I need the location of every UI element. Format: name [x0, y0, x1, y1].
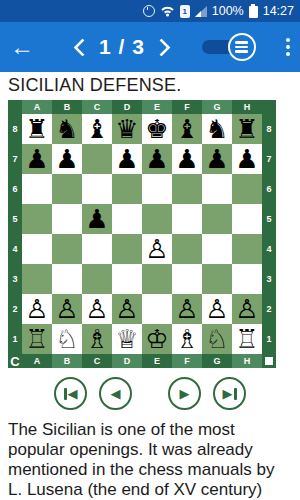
square-d7[interactable]: ♟ [112, 144, 142, 174]
black-bishop-piece[interactable]: ♝ [175, 114, 198, 144]
rank-label-6: 6 [8, 174, 22, 204]
square-f1[interactable]: ♗ [172, 324, 202, 354]
white-knight-piece[interactable]: ♘ [55, 324, 78, 354]
rank-label-3: 3 [8, 264, 22, 294]
file-label-b: B [52, 354, 82, 368]
last-move-button[interactable]: ▶ [213, 377, 246, 410]
file-label-e: E [142, 100, 172, 114]
square-d2[interactable]: ♙ [112, 294, 142, 324]
back-arrow-icon[interactable]: ← [10, 35, 34, 59]
rank-label-2: 2 [8, 294, 22, 324]
battery-icon [249, 6, 258, 18]
square-c2[interactable]: ♙ [82, 294, 112, 324]
chess-board: ABCDEFGH 87654321 ♜♞♝♛♚♝♞♜♟♟♟♟♟♟♟♟♙♙♙♙♙♙… [8, 100, 276, 368]
square-a6[interactable] [22, 174, 52, 204]
square-g7[interactable]: ♟ [202, 144, 232, 174]
square-h3[interactable] [232, 264, 262, 294]
file-labels-top: ABCDEFGH [22, 100, 262, 114]
wifi-icon [160, 5, 175, 17]
square-d3[interactable] [112, 264, 142, 294]
white-pawn-piece[interactable]: ♙ [235, 294, 258, 324]
alarm-icon [143, 5, 155, 17]
black-pawn-piece[interactable]: ♟ [235, 144, 258, 174]
white-rook-piece[interactable]: ♖ [25, 324, 48, 354]
white-bishop-piece[interactable]: ♗ [85, 324, 108, 354]
file-label-c: C [82, 354, 112, 368]
file-label-g: G [202, 354, 232, 368]
file-label-d: D [112, 100, 142, 114]
square-h2[interactable]: ♙ [232, 294, 262, 324]
white-bishop-piece[interactable]: ♗ [175, 324, 198, 354]
rank-labels-right: 87654321 [262, 114, 276, 354]
prev-page-chevron-icon[interactable] [73, 38, 91, 56]
square-b4[interactable] [52, 234, 82, 264]
rank-label-3: 3 [262, 264, 276, 294]
white-pawn-piece[interactable]: ♙ [175, 294, 198, 324]
board-corner-bottom-left: C [8, 354, 22, 368]
square-a3[interactable] [22, 264, 52, 294]
square-c6[interactable] [82, 174, 112, 204]
black-pawn-piece[interactable]: ♟ [25, 144, 48, 174]
square-d8[interactable]: ♛ [112, 114, 142, 144]
board-squares: ♜♞♝♛♚♝♞♜♟♟♟♟♟♟♟♟♙♙♙♙♙♙♙♙♖♘♗♕♔♗♘♖ [22, 114, 262, 354]
square-a5[interactable] [22, 204, 52, 234]
description-line: popular openings. It was already [8, 440, 296, 460]
square-e8[interactable]: ♚ [142, 114, 172, 144]
black-rook-piece[interactable]: ♜ [25, 114, 48, 144]
signal-icon [195, 6, 207, 17]
sim-icon: 1 [180, 5, 190, 18]
square-d6[interactable] [112, 174, 142, 204]
square-c8[interactable]: ♝ [82, 114, 112, 144]
kebab-menu-icon[interactable] [286, 38, 290, 56]
square-e3[interactable] [142, 264, 172, 294]
file-label-d: D [112, 354, 142, 368]
square-b2[interactable]: ♙ [52, 294, 82, 324]
file-label-h: H [232, 354, 262, 368]
rank-label-8: 8 [262, 114, 276, 144]
square-f2[interactable]: ♙ [172, 294, 202, 324]
page-indicator: 1 / 3 [99, 35, 145, 59]
square-f5[interactable] [172, 204, 202, 234]
file-labels-bottom: ABCDEFGH [22, 354, 262, 368]
playback-controls: ◀ ◀ ▶ ▶ [0, 377, 300, 410]
black-knight-piece[interactable]: ♞ [205, 114, 228, 144]
file-label-f: F [172, 354, 202, 368]
board-lines-icon[interactable] [228, 33, 256, 61]
square-b5[interactable] [52, 204, 82, 234]
white-pawn-piece[interactable]: ♙ [25, 294, 48, 324]
black-pawn-piece[interactable]: ♟ [175, 144, 198, 174]
file-label-a: A [22, 100, 52, 114]
clock-text: 14:27 [263, 4, 294, 18]
square-e2[interactable] [142, 294, 172, 324]
square-g8[interactable]: ♞ [202, 114, 232, 144]
rank-label-6: 6 [262, 174, 276, 204]
board-corner-top-left [8, 100, 22, 114]
app-screen: 1 100% 14:27 ← 1 / 3 SICILIAN DEFENSE. A… [0, 0, 300, 500]
black-pawn-piece[interactable]: ♟ [205, 144, 228, 174]
side-to-move-indicator [265, 357, 273, 365]
white-pawn-piece[interactable]: ♙ [85, 294, 108, 324]
square-h8[interactable]: ♜ [232, 114, 262, 144]
description-line: mentioned in the chess manuals by [8, 460, 296, 480]
square-g5[interactable] [202, 204, 232, 234]
black-pawn-piece[interactable]: ♟ [85, 204, 108, 234]
square-h5[interactable] [232, 204, 262, 234]
rank-label-1: 1 [262, 324, 276, 354]
square-a7[interactable]: ♟ [22, 144, 52, 174]
square-e7[interactable]: ♟ [142, 144, 172, 174]
square-e6[interactable] [142, 174, 172, 204]
black-queen-piece[interactable]: ♛ [115, 114, 138, 144]
rank-label-7: 7 [8, 144, 22, 174]
next-page-chevron-icon[interactable] [152, 38, 170, 56]
rank-label-4: 4 [8, 234, 22, 264]
square-e1[interactable]: ♔ [142, 324, 172, 354]
rank-label-7: 7 [262, 144, 276, 174]
square-a4[interactable] [22, 234, 52, 264]
rank-label-2: 2 [262, 294, 276, 324]
square-a1[interactable]: ♖ [22, 324, 52, 354]
previous-move-button[interactable]: ◀ [99, 377, 132, 410]
square-d5[interactable] [112, 204, 142, 234]
square-g3[interactable] [202, 264, 232, 294]
rank-label-8: 8 [8, 114, 22, 144]
square-f8[interactable]: ♝ [172, 114, 202, 144]
file-label-h: H [232, 100, 262, 114]
file-label-c: C [82, 100, 112, 114]
square-g4[interactable] [202, 234, 232, 264]
square-d4[interactable] [112, 234, 142, 264]
square-h1[interactable]: ♖ [232, 324, 262, 354]
square-h7[interactable]: ♟ [232, 144, 262, 174]
file-label-a: A [22, 354, 52, 368]
app-logo: C [10, 354, 19, 369]
square-b6[interactable] [52, 174, 82, 204]
square-c4[interactable] [82, 234, 112, 264]
page-pager: 1 / 3 [76, 35, 168, 59]
file-label-e: E [142, 354, 172, 368]
battery-percent: 100% [212, 4, 244, 18]
page-title: SICILIAN DEFENSE. [8, 75, 181, 96]
square-h6[interactable] [232, 174, 262, 204]
white-pawn-piece[interactable]: ♙ [55, 294, 78, 324]
file-label-g: G [202, 100, 232, 114]
square-g6[interactable] [202, 174, 232, 204]
description-line: L. Lusena (the end of XV century) [8, 480, 296, 500]
black-bishop-piece[interactable]: ♝ [85, 114, 108, 144]
black-pawn-piece[interactable]: ♟ [55, 144, 78, 174]
rank-label-4: 4 [262, 234, 276, 264]
black-knight-piece[interactable]: ♞ [55, 114, 78, 144]
white-rook-piece[interactable]: ♖ [235, 324, 258, 354]
square-a8[interactable]: ♜ [22, 114, 52, 144]
square-f6[interactable] [172, 174, 202, 204]
square-e4[interactable]: ♙ [142, 234, 172, 264]
first-move-button[interactable]: ◀ [54, 377, 87, 410]
opening-description: The Sicilian is one of the most popular … [8, 420, 296, 500]
description-line: The Sicilian is one of the most [8, 420, 296, 440]
rank-labels-left: 87654321 [8, 114, 22, 354]
square-b7[interactable]: ♟ [52, 144, 82, 174]
black-king-piece[interactable]: ♚ [145, 114, 168, 144]
file-label-f: F [172, 100, 202, 114]
white-pawn-piece[interactable]: ♙ [205, 294, 228, 324]
board-corner-top-right [262, 100, 276, 114]
square-b1[interactable]: ♘ [52, 324, 82, 354]
black-rook-piece[interactable]: ♜ [235, 114, 258, 144]
rank-label-5: 5 [8, 204, 22, 234]
next-move-button[interactable]: ▶ [168, 377, 201, 410]
square-c5[interactable]: ♟ [82, 204, 112, 234]
black-pawn-piece[interactable]: ♟ [115, 144, 138, 174]
nav-bar: ← 1 / 3 [0, 22, 300, 72]
square-c1[interactable]: ♗ [82, 324, 112, 354]
black-pawn-piece[interactable]: ♟ [145, 144, 168, 174]
square-f7[interactable]: ♟ [172, 144, 202, 174]
square-c7[interactable] [82, 144, 112, 174]
square-d1[interactable]: ♕ [112, 324, 142, 354]
square-f4[interactable] [172, 234, 202, 264]
square-b3[interactable] [52, 264, 82, 294]
file-label-b: B [52, 100, 82, 114]
rank-label-1: 1 [8, 324, 22, 354]
status-bar: 1 100% 14:27 [0, 0, 300, 22]
square-g1[interactable]: ♘ [202, 324, 232, 354]
square-h4[interactable] [232, 234, 262, 264]
board-view-toggle[interactable] [202, 33, 256, 61]
white-queen-piece[interactable]: ♕ [115, 324, 138, 354]
white-king-piece[interactable]: ♔ [145, 324, 168, 354]
square-b8[interactable]: ♞ [52, 114, 82, 144]
white-pawn-piece[interactable]: ♙ [115, 294, 138, 324]
square-e5[interactable] [142, 204, 172, 234]
square-f3[interactable] [172, 264, 202, 294]
rank-label-5: 5 [262, 204, 276, 234]
square-g2[interactable]: ♙ [202, 294, 232, 324]
square-a2[interactable]: ♙ [22, 294, 52, 324]
board-corner-bottom-right [262, 354, 276, 368]
white-knight-piece[interactable]: ♘ [205, 324, 228, 354]
square-c3[interactable] [82, 264, 112, 294]
white-pawn-piece[interactable]: ♙ [145, 234, 168, 264]
